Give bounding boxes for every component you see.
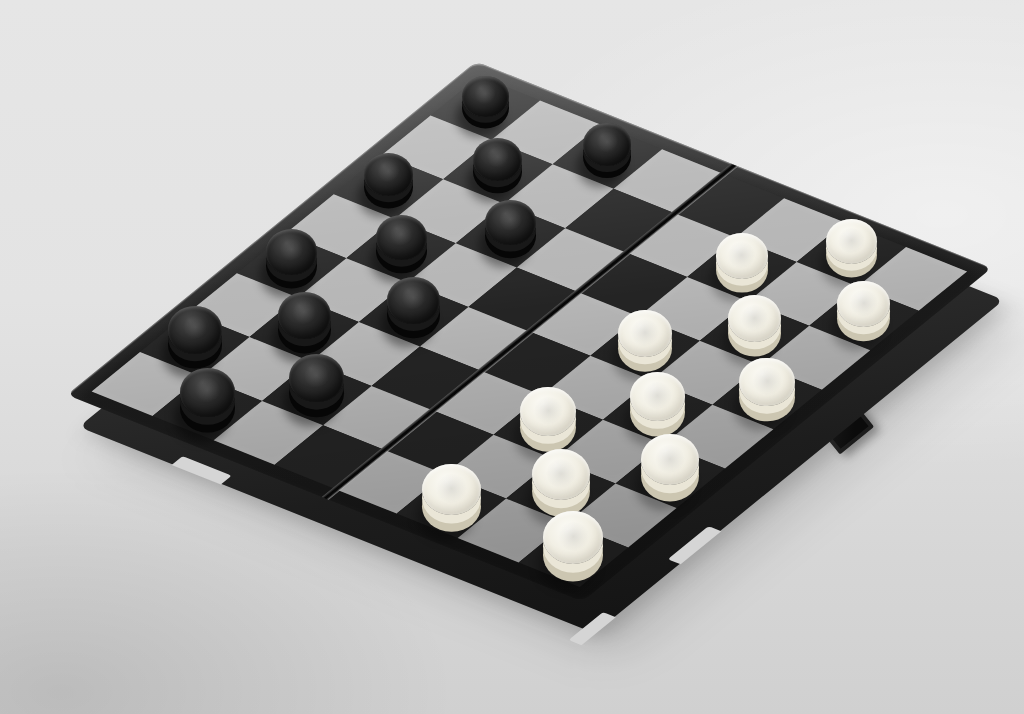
white-piece-r6c6[interactable]	[520, 387, 576, 436]
white-piece-r8c8[interactable]	[543, 511, 603, 564]
black-piece-r3c1[interactable]	[583, 123, 631, 166]
black-piece-r1c1[interactable]	[462, 76, 509, 117]
white-piece-r8c4[interactable]	[739, 358, 794, 407]
scene-background	[0, 0, 1024, 714]
black-piece-r2c4[interactable]	[376, 215, 427, 260]
black-piece-r1c3[interactable]	[364, 153, 413, 196]
black-piece-r2c8[interactable]	[180, 368, 236, 417]
black-piece-r3c3[interactable]	[485, 200, 536, 245]
black-piece-r2c2[interactable]	[473, 138, 522, 181]
white-piece-r7c1[interactable]	[826, 219, 877, 264]
black-piece-r1c5[interactable]	[266, 229, 317, 274]
black-piece-r1c7[interactable]	[168, 306, 222, 353]
white-piece-r6c4[interactable]	[618, 310, 672, 357]
black-piece-r3c5[interactable]	[387, 277, 440, 324]
white-piece-r8c6[interactable]	[641, 434, 699, 485]
white-piece-r6c8[interactable]	[422, 464, 480, 515]
black-piece-r2c6[interactable]	[278, 292, 331, 339]
white-piece-r6c2[interactable]	[716, 233, 768, 278]
board-grid	[92, 76, 967, 587]
white-piece-r7c7[interactable]	[532, 449, 590, 500]
